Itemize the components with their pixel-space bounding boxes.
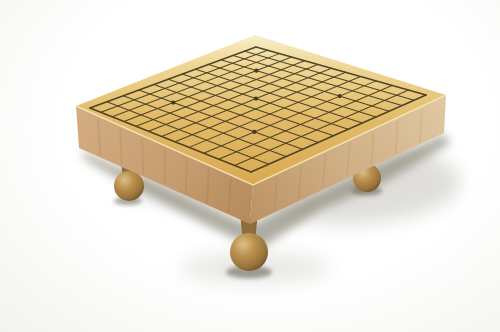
wood-grain-streak xyxy=(142,139,143,175)
goban-scene xyxy=(0,0,500,332)
star-point xyxy=(254,69,258,73)
leg-ball xyxy=(114,171,144,201)
star-point xyxy=(338,94,342,98)
wood-grain-streak xyxy=(186,158,187,193)
leg-ball xyxy=(230,233,268,271)
photo-canvas xyxy=(0,0,500,332)
star-point xyxy=(252,130,256,134)
star-point xyxy=(254,97,258,101)
star-point xyxy=(171,100,175,104)
